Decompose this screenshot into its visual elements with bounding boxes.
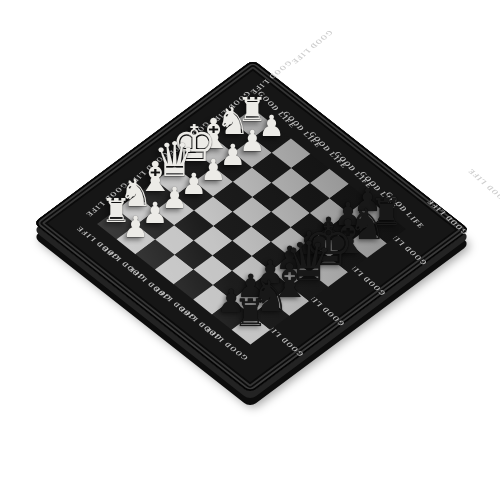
- white-pawn-a2[interactable]: ♟: [96, 213, 176, 242]
- border-text-label: GOOD LIFE: [424, 197, 469, 235]
- border-text-label: GOOD LIFE: [465, 167, 500, 205]
- black-rook-a8[interactable]: ♜: [211, 295, 291, 333]
- border-text-label: GOOD LIFE: [288, 29, 334, 66]
- product-photo-stage: GOOD LIFEGOOD LIFEGOOD LIFEGOOD LIFEGOOD…: [0, 0, 500, 500]
